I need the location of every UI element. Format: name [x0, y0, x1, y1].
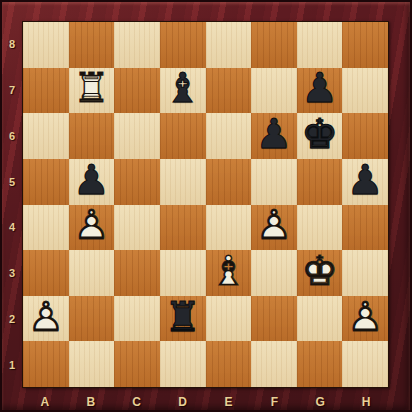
black-pawn[interactable]: ♟: [297, 68, 343, 114]
piece-glyph-fill: ♟: [342, 159, 388, 205]
piece-glyph-outline: ♙: [69, 205, 115, 251]
square-e7[interactable]: [206, 68, 252, 114]
square-f1[interactable]: [251, 341, 297, 387]
piece-glyph-fill: ♜: [160, 296, 206, 342]
rank-label-7: 7: [2, 67, 22, 113]
square-f6[interactable]: ♟: [251, 113, 297, 159]
file-label-a: A: [22, 391, 68, 412]
square-a1[interactable]: [23, 341, 69, 387]
rank-label-5: 5: [2, 159, 22, 205]
square-e8[interactable]: [206, 22, 252, 68]
square-c4[interactable]: [114, 205, 160, 251]
square-d6[interactable]: [160, 113, 206, 159]
square-g4[interactable]: [297, 205, 343, 251]
square-d7[interactable]: ♝: [160, 68, 206, 114]
white-rook[interactable]: ♜♖: [69, 68, 115, 114]
square-g7[interactable]: ♟: [297, 68, 343, 114]
piece-glyph-fill: ♟: [251, 113, 297, 159]
square-f3[interactable]: [251, 250, 297, 296]
square-a7[interactable]: [23, 68, 69, 114]
square-e1[interactable]: [206, 341, 252, 387]
square-a8[interactable]: [23, 22, 69, 68]
square-h1[interactable]: [342, 341, 388, 387]
square-c1[interactable]: [114, 341, 160, 387]
square-d1[interactable]: [160, 341, 206, 387]
black-pawn[interactable]: ♟: [342, 159, 388, 205]
piece-glyph-fill: ♟: [297, 68, 343, 114]
chess-board-frame: ♜♖♝♟♟♚♟♟♟♙♟♙♝♗♚♔♟♙♜♟♙ 87654321 ABCDEFGH: [0, 0, 412, 412]
piece-glyph-fill: ♟: [69, 159, 115, 205]
square-h4[interactable]: [342, 205, 388, 251]
square-b3[interactable]: [69, 250, 115, 296]
piece-glyph-outline: ♙: [342, 296, 388, 342]
square-e2[interactable]: [206, 296, 252, 342]
square-h7[interactable]: [342, 68, 388, 114]
black-pawn[interactable]: ♟: [69, 159, 115, 205]
square-a4[interactable]: [23, 205, 69, 251]
square-b8[interactable]: [69, 22, 115, 68]
square-e5[interactable]: [206, 159, 252, 205]
square-d5[interactable]: [160, 159, 206, 205]
square-c3[interactable]: [114, 250, 160, 296]
file-label-e: E: [206, 391, 252, 412]
square-d4[interactable]: [160, 205, 206, 251]
square-c5[interactable]: [114, 159, 160, 205]
rank-label-8: 8: [2, 21, 22, 67]
rank-label-2: 2: [2, 296, 22, 342]
square-g3[interactable]: ♚♔: [297, 250, 343, 296]
square-b6[interactable]: [69, 113, 115, 159]
piece-glyph-fill: ♚: [297, 113, 343, 159]
file-label-h: H: [343, 391, 389, 412]
white-king[interactable]: ♚♔: [297, 250, 343, 296]
square-g1[interactable]: [297, 341, 343, 387]
square-h2[interactable]: ♟♙: [342, 296, 388, 342]
square-f5[interactable]: [251, 159, 297, 205]
rank-label-3: 3: [2, 250, 22, 296]
file-label-g: G: [297, 391, 343, 412]
piece-glyph-fill: ♝: [160, 68, 206, 114]
square-g8[interactable]: [297, 22, 343, 68]
square-c8[interactable]: [114, 22, 160, 68]
square-b1[interactable]: [69, 341, 115, 387]
square-f2[interactable]: [251, 296, 297, 342]
square-g2[interactable]: [297, 296, 343, 342]
file-label-c: C: [114, 391, 160, 412]
piece-glyph-outline: ♗: [206, 250, 252, 296]
black-rook[interactable]: ♜: [160, 296, 206, 342]
square-g6[interactable]: ♚: [297, 113, 343, 159]
square-a3[interactable]: [23, 250, 69, 296]
black-king[interactable]: ♚: [297, 113, 343, 159]
square-b7[interactable]: ♜♖: [69, 68, 115, 114]
square-e4[interactable]: [206, 205, 252, 251]
square-h3[interactable]: [342, 250, 388, 296]
black-bishop[interactable]: ♝: [160, 68, 206, 114]
square-c7[interactable]: [114, 68, 160, 114]
file-label-f: F: [251, 391, 297, 412]
square-d3[interactable]: [160, 250, 206, 296]
square-c2[interactable]: [114, 296, 160, 342]
rank-label-1: 1: [2, 342, 22, 388]
rank-label-6: 6: [2, 113, 22, 159]
square-c6[interactable]: [114, 113, 160, 159]
square-b2[interactable]: [69, 296, 115, 342]
square-h6[interactable]: [342, 113, 388, 159]
square-g5[interactable]: [297, 159, 343, 205]
square-d8[interactable]: [160, 22, 206, 68]
white-pawn[interactable]: ♟♙: [23, 296, 69, 342]
square-a2[interactable]: ♟♙: [23, 296, 69, 342]
piece-glyph-outline: ♙: [251, 205, 297, 251]
piece-glyph-outline: ♖: [69, 68, 115, 114]
rank-label-4: 4: [2, 205, 22, 251]
square-b4[interactable]: ♟♙: [69, 205, 115, 251]
black-pawn[interactable]: ♟: [251, 113, 297, 159]
white-pawn[interactable]: ♟♙: [342, 296, 388, 342]
square-a6[interactable]: [23, 113, 69, 159]
white-pawn[interactable]: ♟♙: [251, 205, 297, 251]
piece-glyph-outline: ♔: [297, 250, 343, 296]
white-bishop[interactable]: ♝♗: [206, 250, 252, 296]
square-h5[interactable]: ♟: [342, 159, 388, 205]
square-f7[interactable]: [251, 68, 297, 114]
file-label-d: D: [160, 391, 206, 412]
square-e3[interactable]: ♝♗: [206, 250, 252, 296]
white-pawn[interactable]: ♟♙: [69, 205, 115, 251]
chess-board: ♜♖♝♟♟♚♟♟♟♙♟♙♝♗♚♔♟♙♜♟♙: [22, 21, 389, 388]
square-d2[interactable]: ♜: [160, 296, 206, 342]
square-a5[interactable]: [23, 159, 69, 205]
square-h8[interactable]: [342, 22, 388, 68]
square-e6[interactable]: [206, 113, 252, 159]
square-b5[interactable]: ♟: [69, 159, 115, 205]
square-f8[interactable]: [251, 22, 297, 68]
piece-glyph-outline: ♙: [23, 296, 69, 342]
file-label-b: B: [68, 391, 114, 412]
square-f4[interactable]: ♟♙: [251, 205, 297, 251]
